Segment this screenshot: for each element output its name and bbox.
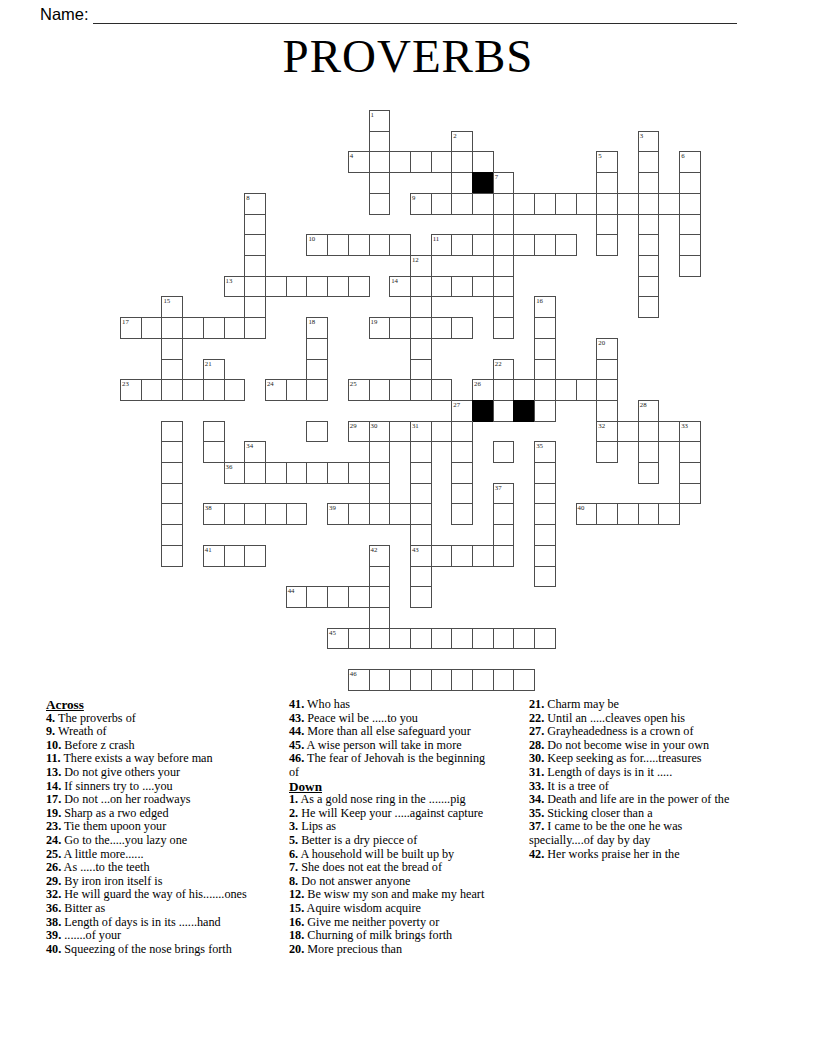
- grid-cell[interactable]: 41: [203, 545, 225, 567]
- grid-cell[interactable]: [327, 276, 349, 298]
- cell-number: 23: [122, 380, 129, 387]
- grid-cell[interactable]: [161, 462, 183, 484]
- grid-cell[interactable]: [244, 234, 266, 256]
- grid-cell[interactable]: [534, 503, 556, 525]
- grid-cell[interactable]: [555, 379, 577, 401]
- grid-cell[interactable]: [306, 586, 328, 608]
- grid-cell[interactable]: [348, 462, 370, 484]
- grid-cell[interactable]: [617, 503, 639, 525]
- grid-cell[interactable]: [244, 317, 266, 339]
- grid-cell[interactable]: [389, 317, 411, 339]
- grid-cell[interactable]: [327, 234, 349, 256]
- clue-text: If sinners try to ....you: [61, 779, 172, 793]
- grid-cell[interactable]: [161, 545, 183, 567]
- clue-down-22: 22. Until an .....cleaves open his: [529, 712, 787, 726]
- grid-cell[interactable]: 26: [472, 379, 494, 401]
- grid-cell[interactable]: [493, 441, 515, 463]
- clue-number: 43.: [289, 711, 304, 725]
- grid-cell[interactable]: 7: [493, 172, 515, 194]
- grid-cell[interactable]: [431, 421, 453, 443]
- grid-cell[interactable]: 46: [348, 669, 370, 691]
- grid-cell[interactable]: 20: [596, 338, 618, 360]
- grid-cell[interactable]: [555, 234, 577, 256]
- grid-cell[interactable]: 31: [410, 421, 432, 443]
- grid-cell[interactable]: [596, 359, 618, 381]
- grid-cell[interactable]: 21: [203, 359, 225, 381]
- grid-cell[interactable]: [658, 193, 680, 215]
- grid-cell[interactable]: [369, 566, 391, 588]
- grid-cell[interactable]: [534, 317, 556, 339]
- grid-cell[interactable]: [244, 545, 266, 567]
- grid-cell[interactable]: [348, 628, 370, 650]
- grid-cell[interactable]: 24: [265, 379, 287, 401]
- grid-cell[interactable]: [513, 628, 535, 650]
- grid-cell[interactable]: 28: [638, 400, 660, 422]
- clue-number: 16.: [289, 915, 304, 929]
- grid-cell[interactable]: [493, 276, 515, 298]
- grid-cell[interactable]: [534, 338, 556, 360]
- clue-column-3: 21. Charm may be22. Until an .....cleave…: [529, 698, 787, 861]
- cell-number: 29: [350, 422, 357, 429]
- grid-cell[interactable]: [410, 317, 432, 339]
- grid-cell[interactable]: [203, 379, 225, 401]
- cell-number: 2: [453, 132, 456, 139]
- grid-cell[interactable]: [182, 379, 204, 401]
- grid-cell[interactable]: [286, 503, 308, 525]
- grid-cell[interactable]: [141, 379, 163, 401]
- grid-cell[interactable]: [369, 131, 391, 153]
- grid-cell[interactable]: 14: [389, 276, 411, 298]
- grid-cell[interactable]: [306, 359, 328, 381]
- grid-cell[interactable]: [224, 379, 246, 401]
- clue-number: 38.: [46, 915, 61, 929]
- grid-cell[interactable]: [513, 379, 535, 401]
- grid-cell[interactable]: 30: [369, 421, 391, 443]
- clue-number: 2.: [289, 806, 298, 820]
- grid-cell[interactable]: [182, 317, 204, 339]
- cell-number: 13: [226, 277, 233, 284]
- grid-cell[interactable]: [410, 276, 432, 298]
- grid-cell[interactable]: [369, 503, 391, 525]
- grid-cell[interactable]: 35: [534, 441, 556, 463]
- grid-cell[interactable]: [348, 503, 370, 525]
- grid-cell[interactable]: [369, 441, 391, 463]
- grid-cell[interactable]: [493, 296, 515, 318]
- grid-cell[interactable]: [617, 421, 639, 443]
- grid-cell[interactable]: [451, 441, 473, 463]
- clue-number: 42.: [529, 847, 544, 861]
- grid-cell[interactable]: [534, 359, 556, 381]
- grid-cell[interactable]: [161, 359, 183, 381]
- clue-across-46: 46. The fear of Jehovah is the beginning…: [289, 752, 527, 779]
- grid-cell[interactable]: 12: [410, 255, 432, 277]
- grid-cell[interactable]: [451, 276, 473, 298]
- grid-cell[interactable]: [451, 421, 473, 443]
- clue-across-25: 25. A little more......: [46, 848, 298, 862]
- clue-number: 25.: [46, 847, 61, 861]
- grid-cell[interactable]: [410, 151, 432, 173]
- grid-cell[interactable]: [534, 628, 556, 650]
- grid-cell[interactable]: [369, 172, 391, 194]
- cell-number: 40: [578, 504, 585, 511]
- grid-cell[interactable]: [679, 172, 701, 194]
- grid-cell[interactable]: [576, 379, 598, 401]
- grid-cell[interactable]: [472, 545, 494, 567]
- grid-cell[interactable]: [451, 151, 473, 173]
- clue-text: Who has: [304, 697, 350, 711]
- grid-cell[interactable]: [431, 317, 453, 339]
- grid-cell[interactable]: [410, 338, 432, 360]
- clue-text: There exists a way before man: [61, 751, 213, 765]
- grid-cell[interactable]: [161, 524, 183, 546]
- grid-cell[interactable]: [638, 255, 660, 277]
- grid-cell[interactable]: [658, 421, 680, 443]
- grid-cell[interactable]: [306, 421, 328, 443]
- grid-cell[interactable]: [369, 193, 391, 215]
- grid-cell[interactable]: [534, 566, 556, 588]
- cell-number: 46: [350, 670, 357, 677]
- grid-cell[interactable]: [389, 503, 411, 525]
- grid-cell[interactable]: [638, 441, 660, 463]
- grid-cell[interactable]: [431, 379, 453, 401]
- grid-cell[interactable]: 22: [493, 359, 515, 381]
- grid-cell[interactable]: [369, 462, 391, 484]
- grid-cell[interactable]: [161, 441, 183, 463]
- grid-cell[interactable]: [638, 503, 660, 525]
- clue-down-8: 8. Do not answer anyone: [289, 875, 527, 889]
- grid-cell[interactable]: [431, 545, 453, 567]
- worksheet-page: Name: PROVERBS 1234567891011121314151617…: [0, 0, 816, 1056]
- grid-cell[interactable]: [306, 338, 328, 360]
- cell-number: 4: [350, 152, 353, 159]
- grid-cell[interactable]: [369, 669, 391, 691]
- grid-cell[interactable]: [410, 441, 432, 463]
- cell-number: 32: [598, 422, 605, 429]
- grid-cell[interactable]: [327, 462, 349, 484]
- grid-cell[interactable]: [638, 151, 660, 173]
- grid-cell[interactable]: [410, 586, 432, 608]
- grid-cell[interactable]: [472, 276, 494, 298]
- cell-number: 42: [371, 546, 378, 553]
- grid-cell[interactable]: [534, 379, 556, 401]
- grid-cell[interactable]: 39: [327, 503, 349, 525]
- grid-cell[interactable]: [451, 172, 473, 194]
- clue-down-28: 28. Do not become wise in your own: [529, 739, 787, 753]
- grid-cell[interactable]: [244, 255, 266, 277]
- grid-cell[interactable]: [369, 151, 391, 173]
- clue-text: Be wisw my son and make my heart: [304, 887, 484, 901]
- cell-number: 11: [433, 235, 440, 242]
- grid-cell[interactable]: [369, 586, 391, 608]
- grid-cell[interactable]: [161, 503, 183, 525]
- grid-cell[interactable]: [596, 400, 618, 422]
- grid-cell[interactable]: [513, 669, 535, 691]
- grid-cell[interactable]: 19: [369, 317, 391, 339]
- cell-number: 30: [371, 422, 378, 429]
- grid-cell[interactable]: [265, 462, 287, 484]
- grid-cell[interactable]: [410, 524, 432, 546]
- grid-cell[interactable]: 42: [369, 545, 391, 567]
- grid-cell[interactable]: [348, 276, 370, 298]
- grid-cell[interactable]: [451, 317, 473, 339]
- grid-cell[interactable]: [348, 234, 370, 256]
- grid-cell[interactable]: [534, 524, 556, 546]
- grid-cell[interactable]: [203, 421, 225, 443]
- grid-cell[interactable]: [493, 193, 515, 215]
- clue-number: 8.: [289, 874, 298, 888]
- grid-cell[interactable]: [369, 483, 391, 505]
- grid-cell[interactable]: [472, 234, 494, 256]
- grid-cell[interactable]: [348, 586, 370, 608]
- grid-cell[interactable]: [596, 503, 618, 525]
- grid-cell[interactable]: [617, 193, 639, 215]
- grid-cell[interactable]: [410, 379, 432, 401]
- grid-cell[interactable]: [203, 317, 225, 339]
- grid-cell[interactable]: [638, 214, 660, 236]
- grid-cell[interactable]: [389, 151, 411, 173]
- grid-cell[interactable]: 37: [493, 483, 515, 505]
- clue-down-16: 16. Give me neither poverty or: [289, 916, 527, 930]
- grid-cell[interactable]: [658, 503, 680, 525]
- grid-cell[interactable]: [244, 276, 266, 298]
- grid-cell[interactable]: [224, 317, 246, 339]
- cell-number: 36: [226, 463, 233, 470]
- clue-number: 44.: [289, 724, 304, 738]
- grid-cell[interactable]: [493, 255, 515, 277]
- grid-cell[interactable]: [513, 193, 535, 215]
- grid-cell[interactable]: [472, 151, 494, 173]
- clue-number: 33.: [529, 779, 544, 793]
- grid-cell[interactable]: [493, 317, 515, 339]
- grid-cell[interactable]: [534, 193, 556, 215]
- grid-cell[interactable]: [534, 545, 556, 567]
- grid-cell[interactable]: [161, 421, 183, 443]
- clue-across-23: 23. Tie them upoon your: [46, 820, 298, 834]
- grid-cell[interactable]: [161, 338, 183, 360]
- grid-cell[interactable]: [389, 628, 411, 650]
- clue-down-15: 15. Aquire wisdom acquire: [289, 902, 527, 916]
- grid-cell[interactable]: [679, 441, 701, 463]
- clue-text: Churning of milk brings forth: [304, 928, 452, 942]
- clue-number: 37.: [529, 819, 544, 833]
- grid-cell[interactable]: [472, 628, 494, 650]
- grid-cell[interactable]: 40: [576, 503, 598, 525]
- clue-text: By iron iron itself is: [61, 874, 162, 888]
- grid-cell[interactable]: [410, 566, 432, 588]
- grid-cell[interactable]: [596, 214, 618, 236]
- grid-cell[interactable]: [596, 172, 618, 194]
- grid-cell[interactable]: [493, 234, 515, 256]
- grid-cell[interactable]: [493, 669, 515, 691]
- clue-text: Lips as: [298, 819, 336, 833]
- grid-cell[interactable]: [161, 317, 183, 339]
- grid-cell[interactable]: [389, 669, 411, 691]
- grid-cell[interactable]: [265, 276, 287, 298]
- grid-cell[interactable]: [534, 462, 556, 484]
- grid-cell[interactable]: [638, 234, 660, 256]
- grid-cell[interactable]: 15: [161, 296, 183, 318]
- grid-cell[interactable]: [638, 193, 660, 215]
- grid-cell[interactable]: [472, 669, 494, 691]
- grid-cell[interactable]: [161, 379, 183, 401]
- clue-text: Do not become wise in your own: [544, 738, 709, 752]
- grid-cell[interactable]: 6: [679, 151, 701, 173]
- grid-cell[interactable]: [493, 524, 515, 546]
- grid-cell[interactable]: [451, 483, 473, 505]
- grid-cell[interactable]: 10: [306, 234, 328, 256]
- grid-cell[interactable]: [493, 379, 515, 401]
- grid-cell[interactable]: 44: [286, 586, 308, 608]
- grid-cell[interactable]: 17: [120, 317, 142, 339]
- grid-cell[interactable]: [493, 400, 515, 422]
- grid-cell[interactable]: [410, 296, 432, 318]
- grid-cell[interactable]: [596, 234, 618, 256]
- grid-cell[interactable]: [679, 193, 701, 215]
- grid-cell[interactable]: 27: [451, 400, 473, 422]
- grid-cell[interactable]: 43: [410, 545, 432, 567]
- clue-text: Wreath of: [55, 724, 106, 738]
- grid-cell[interactable]: 32: [596, 421, 618, 443]
- grid-cell[interactable]: 16: [534, 296, 556, 318]
- grid-cell[interactable]: [451, 503, 473, 525]
- grid-cell[interactable]: 38: [203, 503, 225, 525]
- grid-cell[interactable]: 9: [410, 193, 432, 215]
- grid-cell[interactable]: [534, 483, 556, 505]
- grid-cell[interactable]: [638, 276, 660, 298]
- grid-cell[interactable]: [513, 234, 535, 256]
- grid-cell[interactable]: [638, 421, 660, 443]
- clue-text: Better is a dry piecce of: [298, 833, 417, 847]
- clue-text: More than all else safeguard your: [304, 724, 471, 738]
- grid-cell[interactable]: 29: [348, 421, 370, 443]
- grid-cell[interactable]: [244, 503, 266, 525]
- grid-cell[interactable]: [472, 193, 494, 215]
- grid-cell[interactable]: [451, 545, 473, 567]
- grid-cell[interactable]: [638, 296, 660, 318]
- grid-cell[interactable]: 1: [369, 110, 391, 132]
- grid-cell[interactable]: [224, 545, 246, 567]
- grid-cell[interactable]: [596, 379, 618, 401]
- clue-column-1: Across4. The proverbs of9. Wreath of10. …: [46, 698, 298, 956]
- grid-cell[interactable]: [493, 628, 515, 650]
- clue-number: 4.: [46, 711, 55, 725]
- grid-cell[interactable]: [410, 359, 432, 381]
- grid-cell[interactable]: [410, 669, 432, 691]
- grid-cell[interactable]: 3: [638, 131, 660, 153]
- grid-cell[interactable]: [389, 379, 411, 401]
- clue-text: Aquire wisdom acquire: [304, 901, 421, 915]
- grid-cell[interactable]: [389, 421, 411, 443]
- clue-down-1: 1. As a gold nose ring in the .......pig: [289, 793, 527, 807]
- grid-cell[interactable]: [431, 669, 453, 691]
- grid-cell[interactable]: [244, 462, 266, 484]
- grid-cell[interactable]: [493, 545, 515, 567]
- grid-cell[interactable]: [679, 462, 701, 484]
- grid-cell[interactable]: 33: [679, 421, 701, 443]
- clue-text: Before z crash: [61, 738, 134, 752]
- grid-cell[interactable]: 8: [244, 193, 266, 215]
- crossword-grid: 1234567891011121314151617181920212223242…: [120, 110, 701, 691]
- grid-cell[interactable]: [493, 503, 515, 525]
- grid-cell[interactable]: [306, 276, 328, 298]
- grid-cell[interactable]: [369, 628, 391, 650]
- grid-cell[interactable]: [451, 669, 473, 691]
- grid-cell[interactable]: [534, 400, 556, 422]
- grid-cell[interactable]: 23: [120, 379, 142, 401]
- grid-cell[interactable]: [596, 441, 618, 463]
- grid-cell[interactable]: [389, 234, 411, 256]
- grid-cell[interactable]: [286, 379, 308, 401]
- grid-cell[interactable]: [451, 193, 473, 215]
- grid-cell[interactable]: [534, 234, 556, 256]
- grid-cell[interactable]: [244, 296, 266, 318]
- grid-cell[interactable]: 13: [224, 276, 246, 298]
- grid-cell[interactable]: [265, 503, 287, 525]
- grid-cell[interactable]: 45: [327, 628, 349, 650]
- grid-cell[interactable]: [410, 628, 432, 650]
- grid-cell[interactable]: [224, 503, 246, 525]
- grid-cell[interactable]: 36: [224, 462, 246, 484]
- grid-cell[interactable]: [555, 193, 577, 215]
- grid-cell[interactable]: [679, 234, 701, 256]
- cell-number: 26: [474, 380, 481, 387]
- grid-cell[interactable]: [369, 234, 391, 256]
- grid-cell[interactable]: [679, 483, 701, 505]
- grid-cell[interactable]: 5: [596, 151, 618, 173]
- grid-cell[interactable]: [431, 276, 453, 298]
- grid-cell[interactable]: [431, 193, 453, 215]
- grid-cell[interactable]: [161, 483, 183, 505]
- cell-number: 35: [536, 442, 543, 449]
- grid-cell[interactable]: [410, 503, 432, 525]
- grid-cell[interactable]: 34: [244, 441, 266, 463]
- grid-cell[interactable]: 2: [451, 131, 473, 153]
- name-input-line[interactable]: [93, 5, 737, 24]
- grid-cell[interactable]: [244, 214, 266, 236]
- grid-cell[interactable]: [369, 379, 391, 401]
- grid-cell[interactable]: [576, 193, 598, 215]
- grid-cell[interactable]: [431, 151, 453, 173]
- grid-cell[interactable]: [679, 255, 701, 277]
- grid-cell[interactable]: 25: [348, 379, 370, 401]
- grid-cell[interactable]: [306, 462, 328, 484]
- grid-cell[interactable]: [451, 234, 473, 256]
- grid-cell[interactable]: [451, 462, 473, 484]
- grid-cell[interactable]: 11: [431, 234, 453, 256]
- grid-cell[interactable]: [410, 483, 432, 505]
- cell-number: 19: [371, 318, 378, 325]
- grid-cell[interactable]: [596, 193, 618, 215]
- grid-cell[interactable]: 18: [306, 317, 328, 339]
- grid-cell[interactable]: [327, 586, 349, 608]
- grid-cell[interactable]: 4: [348, 151, 370, 173]
- grid-cell[interactable]: [638, 462, 660, 484]
- clue-text: He will guard the way of his.......ones: [61, 887, 247, 901]
- grid-cell[interactable]: [638, 172, 660, 194]
- grid-cell[interactable]: [286, 462, 308, 484]
- grid-cell[interactable]: [141, 317, 163, 339]
- grid-cell[interactable]: [493, 214, 515, 236]
- grid-cell[interactable]: [679, 214, 701, 236]
- grid-cell[interactable]: [286, 276, 308, 298]
- grid-cell[interactable]: [451, 628, 473, 650]
- grid-cell[interactable]: [431, 628, 453, 650]
- grid-cell[interactable]: [306, 379, 328, 401]
- clue-down-31: 31. Length of days is in it .....: [529, 766, 787, 780]
- grid-cell[interactable]: [369, 607, 391, 629]
- grid-cell[interactable]: [203, 441, 225, 463]
- grid-cell[interactable]: [410, 462, 432, 484]
